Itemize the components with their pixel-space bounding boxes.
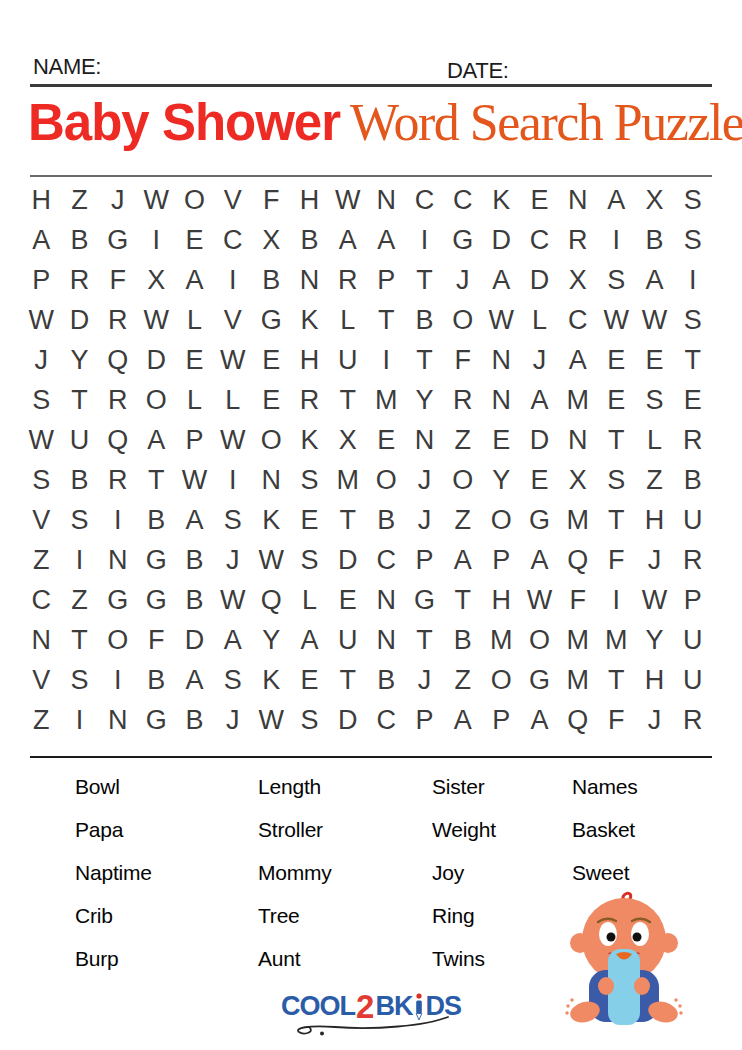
grid-cell[interactable]: I <box>214 260 252 300</box>
grid-cell[interactable]: S <box>674 180 712 220</box>
grid-cell[interactable]: K <box>290 300 328 340</box>
grid-cell[interactable]: B <box>367 661 405 701</box>
grid-cell[interactable]: V <box>22 501 60 541</box>
grid-cell[interactable]: W <box>137 180 175 220</box>
grid-cell[interactable]: W <box>214 420 252 460</box>
grid-cell[interactable]: L <box>214 380 252 420</box>
grid-cell[interactable]: C <box>367 541 405 581</box>
grid-cell[interactable]: D <box>60 300 98 340</box>
grid-cell[interactable]: B <box>635 220 673 260</box>
grid-cell[interactable]: W <box>214 581 252 621</box>
grid-cell[interactable]: L <box>290 581 328 621</box>
grid-cell[interactable]: A <box>22 220 60 260</box>
grid-cell[interactable]: G <box>520 501 558 541</box>
grid-cell[interactable]: O <box>137 380 175 420</box>
grid-cell[interactable]: O <box>175 180 213 220</box>
grid-cell[interactable]: L <box>175 380 213 420</box>
word-item: Burp <box>75 947 152 990</box>
title-divider <box>30 175 712 177</box>
grid-cell[interactable]: N <box>367 180 405 220</box>
grid-cell[interactable]: T <box>329 380 367 420</box>
grid-cell[interactable]: H <box>482 581 520 621</box>
grid-cell[interactable]: O <box>482 661 520 701</box>
grid-cell[interactable]: S <box>60 661 98 701</box>
word-item: Papa <box>75 818 152 861</box>
grid-cell[interactable]: B <box>290 220 328 260</box>
grid-cell[interactable]: L <box>520 300 558 340</box>
grid-cell[interactable]: G <box>99 220 137 260</box>
grid-cell[interactable]: I <box>367 340 405 380</box>
grid-cell[interactable]: I <box>674 260 712 300</box>
grid-cell[interactable]: D <box>482 220 520 260</box>
grid-cell[interactable]: B <box>175 541 213 581</box>
grid-cell[interactable]: Y <box>60 340 98 380</box>
grid-cell[interactable]: Q <box>99 340 137 380</box>
grid-cell[interactable]: B <box>175 701 213 741</box>
grid-cell[interactable]: Y <box>252 621 290 661</box>
name-label: NAME: <box>33 54 101 80</box>
grid-cell[interactable]: Z <box>60 581 98 621</box>
grid-cell[interactable]: F <box>559 581 597 621</box>
grid-cell[interactable]: M <box>559 501 597 541</box>
grid-cell[interactable]: M <box>329 461 367 501</box>
grid-cell[interactable]: K <box>252 501 290 541</box>
grid-cell[interactable]: U <box>329 621 367 661</box>
grid-cell[interactable]: V <box>214 300 252 340</box>
grid-cell[interactable]: W <box>252 701 290 741</box>
grid-cell[interactable]: G <box>252 300 290 340</box>
grid-cell[interactable]: W <box>329 180 367 220</box>
grid-cell[interactable]: A <box>444 541 482 581</box>
grid-cell[interactable]: X <box>635 180 673 220</box>
grid-cell[interactable]: Q <box>559 541 597 581</box>
grid-cell[interactable]: O <box>252 420 290 460</box>
grid-cell[interactable]: N <box>99 541 137 581</box>
grid-cell[interactable]: E <box>674 380 712 420</box>
grid-cell[interactable]: E <box>635 340 673 380</box>
grid-cell[interactable]: F <box>137 621 175 661</box>
word-item: Sister <box>432 775 496 818</box>
grid-cell[interactable]: N <box>252 461 290 501</box>
grid-cell[interactable]: J <box>520 340 558 380</box>
grid-cell[interactable]: G <box>520 661 558 701</box>
grid-cell[interactable]: M <box>482 621 520 661</box>
grid-cell[interactable]: P <box>175 420 213 460</box>
grid-cell[interactable]: E <box>520 180 558 220</box>
grid-cell[interactable]: W <box>175 461 213 501</box>
grid-cell[interactable]: S <box>674 300 712 340</box>
grid-cell[interactable]: S <box>214 661 252 701</box>
grid-cell[interactable]: T <box>367 300 405 340</box>
grid-cell[interactable]: B <box>137 661 175 701</box>
grid-cell[interactable]: C <box>214 220 252 260</box>
grid-cell[interactable]: A <box>597 180 635 220</box>
word-list-column: LengthStrollerMommyTreeAunt <box>258 775 332 990</box>
grid-cell[interactable]: J <box>214 701 252 741</box>
grid-cell[interactable]: B <box>367 501 405 541</box>
grid-cell[interactable]: R <box>99 300 137 340</box>
grid-cell[interactable]: H <box>635 661 673 701</box>
grid-cell[interactable]: O <box>99 621 137 661</box>
grid-cell[interactable]: A <box>175 661 213 701</box>
grid-cell[interactable]: Q <box>99 420 137 460</box>
word-search-grid: HZJWOVFHWNCCKENAXSABGIECXBAAIGDCRIBSPRFX… <box>22 180 712 741</box>
grid-cell[interactable]: J <box>405 501 443 541</box>
grid-cell[interactable]: J <box>99 180 137 220</box>
word-item: Names <box>572 775 638 818</box>
grid-cell[interactable]: W <box>137 300 175 340</box>
grid-cell[interactable]: E <box>252 380 290 420</box>
grid-cell[interactable]: X <box>559 260 597 300</box>
grid-cell[interactable]: J <box>405 461 443 501</box>
grid-cell[interactable]: I <box>99 661 137 701</box>
grid-cell[interactable]: P <box>22 260 60 300</box>
grid-cell[interactable]: H <box>290 340 328 380</box>
date-label: DATE: <box>447 58 509 84</box>
grid-cell[interactable]: A <box>444 701 482 741</box>
grid-cell[interactable]: B <box>252 260 290 300</box>
baby-illustration <box>564 891 686 1027</box>
grid-cell[interactable]: R <box>99 380 137 420</box>
grid-cell[interactable]: Y <box>405 380 443 420</box>
grid-cell[interactable]: W <box>22 420 60 460</box>
grid-cell[interactable]: N <box>99 701 137 741</box>
grid-cell[interactable]: B <box>60 461 98 501</box>
grid-cell[interactable]: E <box>367 420 405 460</box>
grid-cell[interactable]: H <box>290 180 328 220</box>
grid-cell[interactable]: L <box>635 420 673 460</box>
grid-cell[interactable]: N <box>290 260 328 300</box>
grid-cell[interactable]: P <box>405 701 443 741</box>
grid-cell[interactable]: R <box>444 380 482 420</box>
grid-cell[interactable]: G <box>405 581 443 621</box>
grid-cell[interactable]: R <box>290 380 328 420</box>
grid-cell[interactable]: P <box>405 541 443 581</box>
grid-cell[interactable]: E <box>175 340 213 380</box>
grid-cell[interactable]: K <box>290 420 328 460</box>
grid-cell[interactable]: Z <box>444 420 482 460</box>
grid-cell[interactable]: E <box>329 581 367 621</box>
grid-cell[interactable]: E <box>252 340 290 380</box>
grid-cell[interactable]: C <box>405 180 443 220</box>
grid-cell[interactable]: W <box>597 300 635 340</box>
grid-cell[interactable]: I <box>405 220 443 260</box>
grid-cell[interactable]: T <box>405 260 443 300</box>
grid-cell[interactable]: C <box>367 701 405 741</box>
grid-cell[interactable]: J <box>635 541 673 581</box>
grid-cell[interactable]: T <box>137 461 175 501</box>
grid-cell[interactable]: Z <box>444 661 482 701</box>
word-list-column: BowlPapaNaptimeCribBurp <box>75 775 152 990</box>
grid-cell[interactable]: R <box>60 260 98 300</box>
page-title-theme: Baby Shower <box>28 94 340 151</box>
word-item: Aunt <box>258 947 332 990</box>
grid-cell[interactable]: S <box>674 220 712 260</box>
grid-cell[interactable]: S <box>635 380 673 420</box>
grid-cell[interactable]: Z <box>22 541 60 581</box>
grid-cell[interactable]: E <box>175 220 213 260</box>
grid-cell[interactable]: W <box>22 300 60 340</box>
grid-cell[interactable]: E <box>290 661 328 701</box>
grid-cell[interactable]: Q <box>252 581 290 621</box>
grid-cell[interactable]: N <box>367 621 405 661</box>
grid-cell[interactable]: R <box>329 260 367 300</box>
grid-cell[interactable]: T <box>597 501 635 541</box>
grid-cell[interactable]: W <box>252 541 290 581</box>
word-item: Tree <box>258 904 332 947</box>
grid-cell[interactable]: G <box>137 701 175 741</box>
grid-cell[interactable]: A <box>520 380 558 420</box>
grid-cell[interactable]: D <box>329 701 367 741</box>
grid-cell[interactable]: A <box>175 260 213 300</box>
grid-cell[interactable]: V <box>214 180 252 220</box>
grid-cell[interactable]: K <box>252 661 290 701</box>
word-item: Weight <box>432 818 496 861</box>
grid-cell[interactable]: R <box>674 701 712 741</box>
grid-cell[interactable]: T <box>597 420 635 460</box>
grid-cell[interactable]: J <box>22 340 60 380</box>
grid-cell[interactable]: W <box>635 581 673 621</box>
grid-cell[interactable]: X <box>252 220 290 260</box>
grid-cell[interactable]: E <box>597 380 635 420</box>
grid-cell[interactable]: F <box>597 701 635 741</box>
grid-cell[interactable]: Z <box>635 461 673 501</box>
pencil-squiggle-icon <box>290 1014 455 1038</box>
grid-cell[interactable]: B <box>444 621 482 661</box>
grid-cell[interactable]: W <box>520 581 558 621</box>
grid-cell[interactable]: O <box>520 621 558 661</box>
grid-cell[interactable]: R <box>674 541 712 581</box>
grid-cell[interactable]: K <box>482 180 520 220</box>
grid-cell[interactable]: C <box>520 220 558 260</box>
grid-cell[interactable]: P <box>674 581 712 621</box>
word-item: Basket <box>572 818 638 861</box>
grid-cell[interactable]: D <box>137 340 175 380</box>
grid-cell[interactable]: A <box>329 220 367 260</box>
grid-cell[interactable]: B <box>405 300 443 340</box>
grid-cell[interactable]: R <box>559 220 597 260</box>
grid-cell[interactable]: G <box>137 581 175 621</box>
word-item: Mommy <box>258 861 332 904</box>
grid-cell[interactable]: J <box>635 701 673 741</box>
grid-cell[interactable]: E <box>482 420 520 460</box>
grid-cell[interactable]: S <box>597 461 635 501</box>
grid-cell[interactable]: T <box>444 581 482 621</box>
grid-cell[interactable]: O <box>444 461 482 501</box>
grid-cell[interactable]: U <box>329 340 367 380</box>
grid-cell[interactable]: V <box>22 661 60 701</box>
grid-cell[interactable]: U <box>674 501 712 541</box>
grid-cell[interactable]: T <box>329 661 367 701</box>
word-item: Joy <box>432 861 496 904</box>
grid-cell[interactable]: G <box>99 581 137 621</box>
grid-cell[interactable]: J <box>405 661 443 701</box>
grid-cell[interactable]: S <box>214 501 252 541</box>
grid-cell[interactable]: X <box>329 420 367 460</box>
grid-cell[interactable]: D <box>175 621 213 661</box>
grid-cell[interactable]: B <box>175 581 213 621</box>
grid-cell[interactable]: E <box>597 340 635 380</box>
grid-cell[interactable]: G <box>137 541 175 581</box>
grid-cell[interactable]: P <box>482 701 520 741</box>
grid-cell[interactable]: C <box>559 300 597 340</box>
grid-cell[interactable]: M <box>559 380 597 420</box>
grid-cell[interactable]: N <box>22 621 60 661</box>
grid-cell[interactable]: C <box>22 581 60 621</box>
grid-cell[interactable]: O <box>482 501 520 541</box>
grid-cell[interactable]: W <box>482 300 520 340</box>
grid-cell[interactable]: R <box>674 420 712 460</box>
grid-cell[interactable]: N <box>482 380 520 420</box>
grid-cell[interactable]: M <box>559 661 597 701</box>
grid-cell[interactable]: Z <box>22 701 60 741</box>
grid-cell[interactable]: T <box>405 621 443 661</box>
grid-cell[interactable]: D <box>329 541 367 581</box>
grid-cell[interactable]: O <box>444 300 482 340</box>
grid-cell[interactable]: J <box>444 260 482 300</box>
word-item: Twins <box>432 947 496 990</box>
grid-cell[interactable]: I <box>597 581 635 621</box>
grid-cell[interactable]: A <box>520 541 558 581</box>
grid-cell[interactable]: T <box>597 661 635 701</box>
grid-cell[interactable]: B <box>137 501 175 541</box>
grid-cell[interactable]: B <box>674 461 712 501</box>
grid-cell[interactable]: A <box>175 501 213 541</box>
grid-cell[interactable]: S <box>22 380 60 420</box>
grid-cell[interactable]: T <box>60 380 98 420</box>
grid-cell[interactable]: T <box>405 340 443 380</box>
grid-cell[interactable]: I <box>137 220 175 260</box>
grid-cell[interactable]: M <box>559 621 597 661</box>
name-date-underline <box>30 84 712 87</box>
grid-cell[interactable]: S <box>290 541 328 581</box>
word-list-column: NamesBasketSweet <box>572 775 638 904</box>
grid-cell[interactable]: E <box>520 461 558 501</box>
grid-cell[interactable]: B <box>60 220 98 260</box>
word-list-column: SisterWeightJoyRingTwins <box>432 775 496 990</box>
grid-cell[interactable]: I <box>99 501 137 541</box>
grid-cell[interactable]: E <box>290 501 328 541</box>
grid-cell[interactable]: U <box>674 621 712 661</box>
grid-cell[interactable]: F <box>252 180 290 220</box>
grid-cell[interactable]: I <box>597 220 635 260</box>
grid-cell[interactable]: H <box>22 180 60 220</box>
grid-cell[interactable]: A <box>137 420 175 460</box>
word-item: Bowl <box>75 775 152 818</box>
grid-cell[interactable]: A <box>635 260 673 300</box>
grid-cell[interactable]: C <box>444 180 482 220</box>
page-title: Baby ShowerWord Search Puzzle <box>28 97 742 149</box>
grid-cell[interactable]: I <box>60 541 98 581</box>
grid-cell[interactable]: Y <box>482 461 520 501</box>
word-item: Ring <box>432 904 496 947</box>
page-title-type: Word Search Puzzle <box>350 94 742 151</box>
grid-cell[interactable]: F <box>99 260 137 300</box>
grid-cell[interactable]: X <box>137 260 175 300</box>
grid-cell[interactable]: S <box>60 501 98 541</box>
grid-cell[interactable]: J <box>214 541 252 581</box>
grid-cell[interactable]: S <box>597 260 635 300</box>
grid-cell[interactable]: A <box>520 701 558 741</box>
grid-cell[interactable]: N <box>367 581 405 621</box>
grid-cell[interactable]: L <box>175 300 213 340</box>
grid-cell[interactable]: P <box>482 541 520 581</box>
grid-cell[interactable]: W <box>214 340 252 380</box>
grid-cell[interactable]: N <box>482 340 520 380</box>
grid-cell[interactable]: Q <box>559 701 597 741</box>
grid-cell[interactable]: S <box>290 461 328 501</box>
word-list-divider <box>30 756 712 758</box>
grid-cell[interactable]: F <box>597 541 635 581</box>
word-item: Stroller <box>258 818 332 861</box>
grid-cell[interactable]: T <box>60 621 98 661</box>
word-item: Length <box>258 775 332 818</box>
grid-cell[interactable]: F <box>444 340 482 380</box>
grid-cell[interactable]: A <box>559 340 597 380</box>
grid-cell[interactable]: Z <box>60 180 98 220</box>
grid-cell[interactable]: L <box>329 300 367 340</box>
grid-cell[interactable]: D <box>520 260 558 300</box>
grid-cell[interactable]: A <box>214 621 252 661</box>
grid-cell[interactable]: A <box>482 260 520 300</box>
grid-cell[interactable]: M <box>367 380 405 420</box>
grid-cell[interactable]: D <box>520 420 558 460</box>
grid-cell[interactable]: S <box>290 701 328 741</box>
grid-cell[interactable]: O <box>367 461 405 501</box>
grid-cell[interactable]: U <box>674 661 712 701</box>
grid-cell[interactable]: N <box>559 420 597 460</box>
grid-cell[interactable]: H <box>635 501 673 541</box>
grid-cell[interactable]: T <box>674 340 712 380</box>
grid-cell[interactable]: Y <box>635 621 673 661</box>
grid-cell[interactable]: I <box>60 701 98 741</box>
grid-cell[interactable]: U <box>60 420 98 460</box>
grid-cell[interactable]: N <box>559 180 597 220</box>
grid-cell[interactable]: X <box>559 461 597 501</box>
word-item: Naptime <box>75 861 152 904</box>
grid-cell[interactable]: Z <box>444 501 482 541</box>
word-item: Crib <box>75 904 152 947</box>
grid-cell[interactable]: M <box>597 621 635 661</box>
grid-cell[interactable]: A <box>290 621 328 661</box>
grid-cell[interactable]: W <box>635 300 673 340</box>
grid-cell[interactable]: A <box>367 220 405 260</box>
grid-cell[interactable]: S <box>22 461 60 501</box>
grid-cell[interactable]: T <box>329 501 367 541</box>
grid-cell[interactable]: G <box>444 220 482 260</box>
grid-cell[interactable]: R <box>99 461 137 501</box>
grid-cell[interactable]: P <box>367 260 405 300</box>
grid-cell[interactable]: N <box>405 420 443 460</box>
grid-cell[interactable]: I <box>214 461 252 501</box>
